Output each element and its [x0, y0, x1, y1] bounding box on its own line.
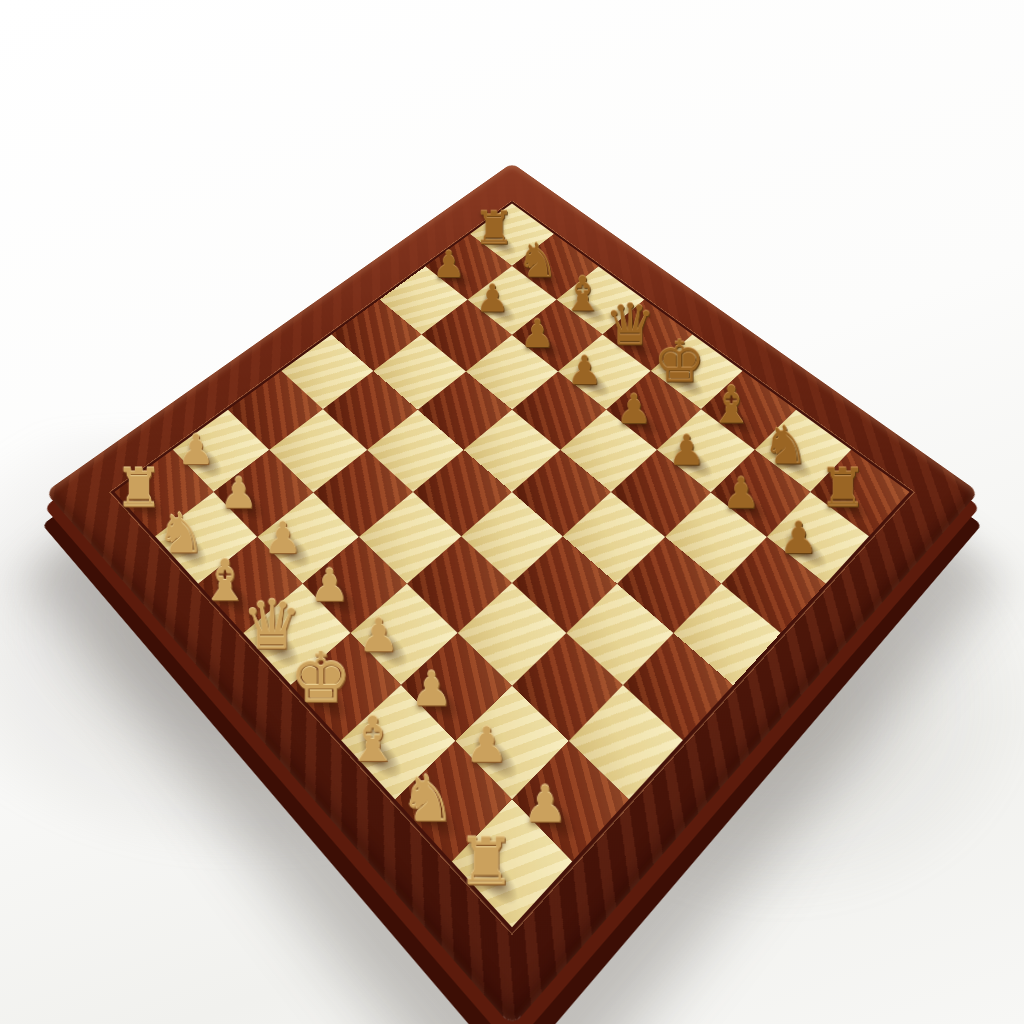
black-knight[interactable]: ♞ [762, 419, 809, 471]
black-pawn[interactable]: ♟ [668, 429, 705, 470]
white-pawn[interactable]: ♟ [523, 779, 568, 829]
white-pawn[interactable]: ♟ [263, 516, 302, 560]
chess-photo-scene: ♜♞♝♛♚♝♞♜♟♟♟♟♟♟♟♟♟♟♟♟♟♟♟♟♜♞♝♛♚♝♞♜ [0, 0, 1024, 1024]
black-pawn[interactable]: ♟ [567, 351, 602, 390]
white-pawn[interactable]: ♟ [219, 471, 257, 514]
white-pawn[interactable]: ♟ [410, 665, 452, 712]
square-h8[interactable]: ♜ [810, 449, 909, 536]
black-bishop[interactable]: ♝ [708, 379, 754, 430]
black-pawn[interactable]: ♟ [616, 389, 652, 429]
white-pawn[interactable]: ♟ [465, 720, 509, 769]
white-knight[interactable]: ♞ [156, 505, 205, 560]
black-queen[interactable]: ♛ [604, 297, 655, 354]
black-bishop[interactable]: ♝ [561, 270, 604, 318]
black-rook[interactable]: ♜ [818, 461, 866, 515]
black-king[interactable]: ♚ [653, 333, 705, 391]
black-pawn[interactable]: ♟ [722, 471, 760, 514]
black-rook[interactable]: ♜ [474, 205, 515, 250]
black-knight[interactable]: ♞ [516, 237, 558, 283]
black-pawn[interactable]: ♟ [433, 246, 466, 283]
black-pawn[interactable]: ♟ [779, 516, 818, 560]
white-bishop[interactable]: ♝ [345, 708, 400, 770]
white-rook[interactable]: ♜ [457, 828, 516, 893]
white-king[interactable]: ♚ [290, 643, 353, 713]
black-pawn[interactable]: ♟ [520, 314, 555, 353]
white-pawn[interactable]: ♟ [358, 612, 399, 658]
white-pawn[interactable]: ♟ [310, 563, 350, 608]
white-pawn[interactable]: ♟ [178, 429, 215, 470]
white-knight[interactable]: ♞ [399, 766, 456, 829]
black-pawn[interactable]: ♟ [475, 279, 509, 317]
